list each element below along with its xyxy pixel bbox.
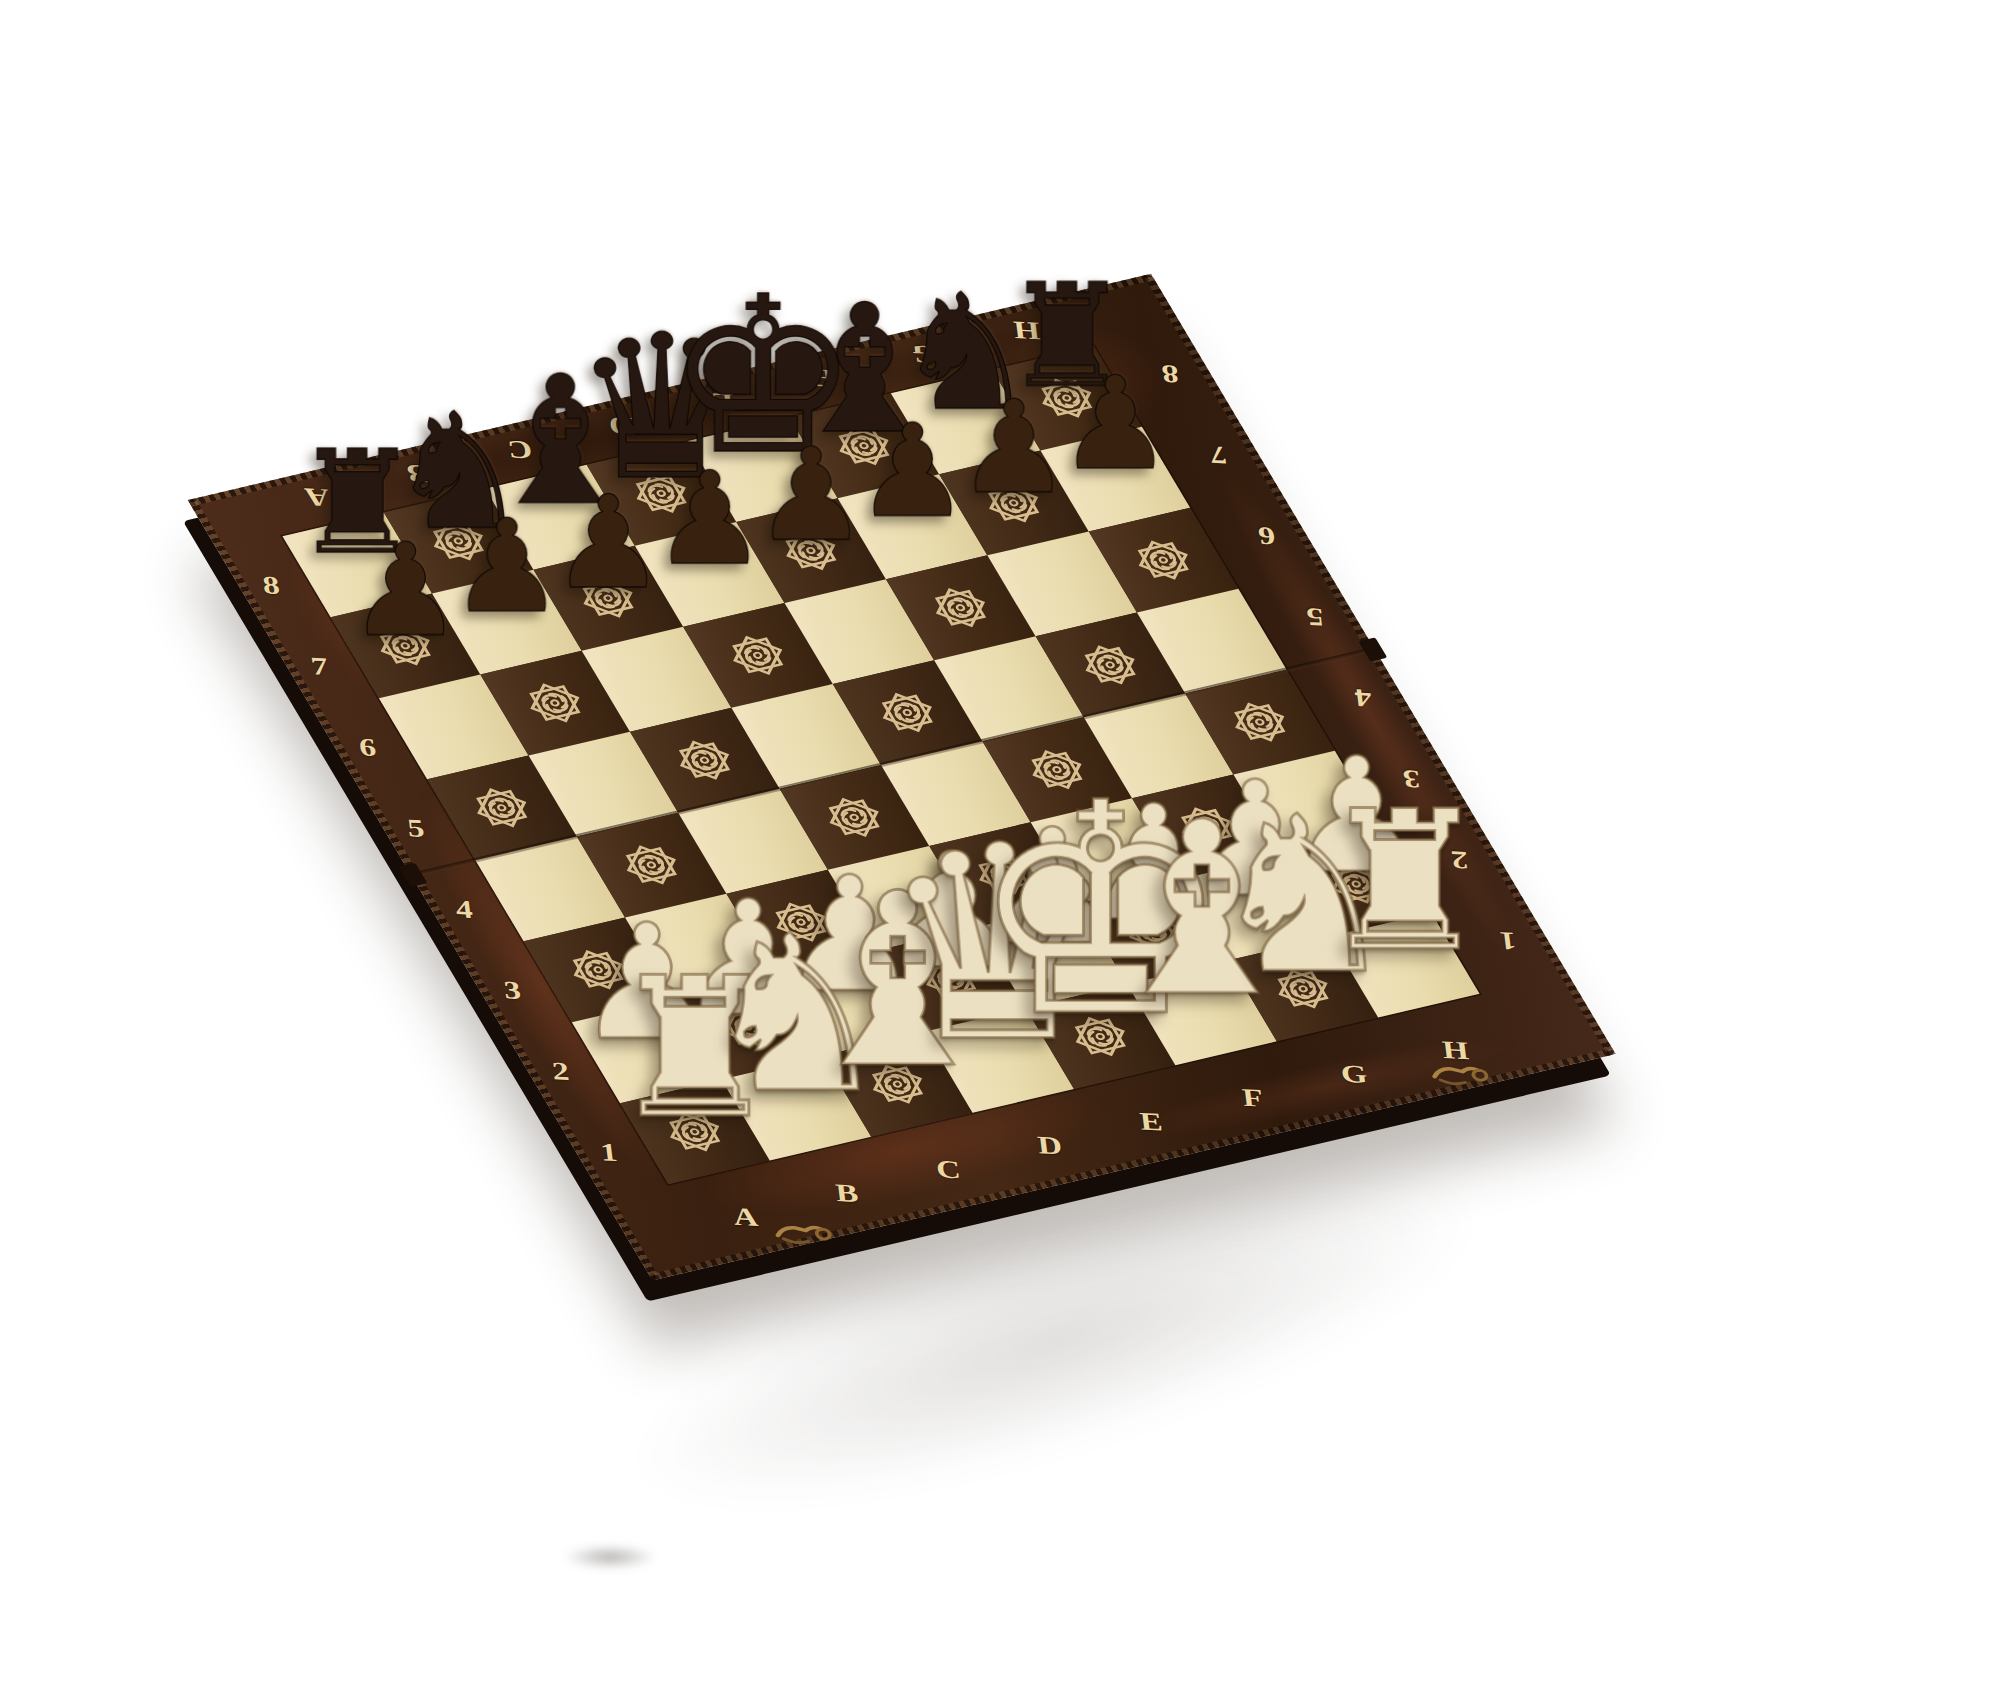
rank-label-left-5: 5 xyxy=(393,812,438,845)
brass-clasp-icon xyxy=(764,1211,842,1257)
eternity-star-ornament xyxy=(917,577,1004,638)
file-label-bottom-c: C xyxy=(926,1153,971,1186)
piece-white-rook-h1[interactable]: ♜ xyxy=(1219,786,1590,979)
file-label-bottom-d: D xyxy=(1027,1129,1072,1162)
file-label-bottom-h: H xyxy=(1433,1034,1478,1067)
hinge-icon xyxy=(398,863,427,887)
file-label-bottom-e: E xyxy=(1129,1105,1174,1138)
file-label-bottom-b: B xyxy=(825,1177,870,1210)
eternity-star-ornament xyxy=(1120,530,1207,591)
eternity-star-ornament xyxy=(864,682,951,743)
scene: AABBCCDDEEFFGGHH1122334455667788♜♞♝♛♚♝♞♜… xyxy=(0,0,2000,1688)
eternity-star-ornament xyxy=(512,673,599,734)
piece-black-pawn-h7[interactable]: ♟ xyxy=(971,360,1260,488)
file-label-bottom-f: F xyxy=(1230,1081,1275,1114)
file-label-bottom-g: G xyxy=(1332,1058,1377,1091)
rank-label-left-6: 6 xyxy=(345,731,390,764)
rank-label-right-5: 5 xyxy=(1292,600,1337,633)
rank-label-right-4: 4 xyxy=(1341,681,1386,714)
rank-label-right-6: 6 xyxy=(1244,519,1289,552)
eternity-star-ornament xyxy=(715,625,802,686)
hinge-icon xyxy=(1358,637,1387,661)
eternity-star-ornament xyxy=(1067,635,1154,696)
board-ground-shadow-small xyxy=(545,1540,675,1574)
eternity-star-ornament xyxy=(459,777,546,838)
file-label-bottom-a: A xyxy=(723,1200,768,1233)
eternity-star-ornament xyxy=(661,730,748,791)
